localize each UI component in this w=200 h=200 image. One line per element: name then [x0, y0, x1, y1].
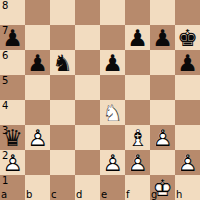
black-pawn-g7[interactable]: ♟ [150, 25, 175, 50]
piece-outline-layer: ♗ [125, 125, 150, 150]
white-knight-e4[interactable]: ♞♘ [100, 100, 125, 125]
square-f5[interactable] [125, 75, 150, 100]
piece-glyph: ♟ [150, 25, 175, 50]
square-g1[interactable]: g♚♔ [150, 175, 175, 200]
square-b3[interactable]: ♟♙ [25, 125, 50, 150]
square-a1[interactable]: 1a [0, 175, 25, 200]
square-e7[interactable] [100, 25, 125, 50]
piece-glyph: ♟ [0, 25, 25, 50]
square-b6[interactable]: ♟ [25, 50, 50, 75]
square-b7[interactable] [25, 25, 50, 50]
white-pawn-b3[interactable]: ♟♙ [25, 125, 50, 150]
piece-glyph: ♛ [0, 125, 25, 150]
square-d7[interactable] [75, 25, 100, 50]
piece-outline-layer: ♙ [25, 125, 50, 150]
piece-outline-layer: ♙ [125, 150, 150, 175]
square-f1[interactable]: f [125, 175, 150, 200]
square-d2[interactable] [75, 150, 100, 175]
black-king-h7[interactable]: ♚ [175, 25, 200, 50]
square-g6[interactable] [150, 50, 175, 75]
file-label-a: a [1, 190, 7, 200]
square-h3[interactable] [175, 125, 200, 150]
square-f6[interactable] [125, 50, 150, 75]
square-h2[interactable]: ♟♙ [175, 150, 200, 175]
square-f2[interactable]: ♟♙ [125, 150, 150, 175]
square-c6[interactable]: ♞ [50, 50, 75, 75]
file-label-f: f [126, 190, 130, 200]
piece-outline-layer: ♘ [100, 100, 125, 125]
square-a8[interactable]: 8 [0, 0, 25, 25]
white-king-g1[interactable]: ♚♔ [150, 175, 175, 200]
square-c7[interactable] [50, 25, 75, 50]
square-a6[interactable]: 6 [0, 50, 25, 75]
square-c3[interactable] [50, 125, 75, 150]
square-d8[interactable] [75, 0, 100, 25]
white-pawn-a2[interactable]: ♟♙ [0, 150, 25, 175]
piece-outline-layer: ♔ [150, 175, 175, 200]
square-g7[interactable]: ♟ [150, 25, 175, 50]
square-g2[interactable] [150, 150, 175, 175]
square-e3[interactable] [100, 125, 125, 150]
piece-glyph: ♟ [175, 50, 200, 75]
chess-board: 87♟♟♟♚6♟♞♟♟54♞♘3♛♟♙♝♗♟♙2♟♙♟♙♟♙♟♙1abcdefg… [0, 0, 200, 200]
piece-outline-layer: ♙ [0, 150, 25, 175]
piece-glyph: ♟ [125, 25, 150, 50]
square-f4[interactable] [125, 100, 150, 125]
black-knight-c6[interactable]: ♞ [50, 50, 75, 75]
square-e4[interactable]: ♞♘ [100, 100, 125, 125]
file-label-d: d [76, 190, 82, 200]
square-a7[interactable]: 7♟ [0, 25, 25, 50]
black-pawn-b6[interactable]: ♟ [25, 50, 50, 75]
rank-label-4: 4 [2, 101, 8, 111]
file-label-c: c [51, 190, 57, 200]
square-g3[interactable]: ♟♙ [150, 125, 175, 150]
black-pawn-h6[interactable]: ♟ [175, 50, 200, 75]
square-a3[interactable]: 3♛ [0, 125, 25, 150]
square-f7[interactable]: ♟ [125, 25, 150, 50]
square-d1[interactable]: d [75, 175, 100, 200]
piece-outline-layer: ♙ [175, 150, 200, 175]
square-e8[interactable] [100, 0, 125, 25]
piece-glyph: ♟ [100, 50, 125, 75]
square-h5[interactable] [175, 75, 200, 100]
rank-label-8: 8 [2, 1, 8, 11]
square-b2[interactable] [25, 150, 50, 175]
black-pawn-f7[interactable]: ♟ [125, 25, 150, 50]
square-b8[interactable] [25, 0, 50, 25]
square-g8[interactable] [150, 0, 175, 25]
file-label-b: b [26, 190, 32, 200]
piece-glyph: ♟ [25, 50, 50, 75]
square-e5[interactable] [100, 75, 125, 100]
black-pawn-e6[interactable]: ♟ [100, 50, 125, 75]
square-b4[interactable] [25, 100, 50, 125]
piece-outline-layer: ♙ [100, 150, 125, 175]
square-d5[interactable] [75, 75, 100, 100]
white-pawn-f2[interactable]: ♟♙ [125, 150, 150, 175]
square-e1[interactable]: e [100, 175, 125, 200]
square-d3[interactable] [75, 125, 100, 150]
square-g5[interactable] [150, 75, 175, 100]
square-b5[interactable] [25, 75, 50, 100]
rank-label-5: 5 [2, 76, 8, 86]
file-label-h: h [176, 190, 182, 200]
square-e2[interactable]: ♟♙ [100, 150, 125, 175]
square-c5[interactable] [50, 75, 75, 100]
black-pawn-a7[interactable]: ♟ [0, 25, 25, 50]
square-a5[interactable]: 5 [0, 75, 25, 100]
white-pawn-h2[interactable]: ♟♙ [175, 150, 200, 175]
file-label-e: e [101, 190, 107, 200]
square-c4[interactable] [50, 100, 75, 125]
square-c8[interactable] [50, 0, 75, 25]
white-bishop-f3[interactable]: ♝♗ [125, 125, 150, 150]
square-h4[interactable] [175, 100, 200, 125]
white-pawn-g3[interactable]: ♟♙ [150, 125, 175, 150]
square-b1[interactable]: b [25, 175, 50, 200]
rank-label-1: 1 [2, 176, 8, 186]
square-a4[interactable]: 4 [0, 100, 25, 125]
square-h8[interactable] [175, 0, 200, 25]
white-pawn-e2[interactable]: ♟♙ [100, 150, 125, 175]
square-h6[interactable]: ♟ [175, 50, 200, 75]
square-h1[interactable]: h [175, 175, 200, 200]
square-c1[interactable]: c [50, 175, 75, 200]
square-a2[interactable]: 2♟♙ [0, 150, 25, 175]
square-h7[interactable]: ♚ [175, 25, 200, 50]
square-f8[interactable] [125, 0, 150, 25]
piece-glyph: ♚ [175, 25, 200, 50]
piece-outline-layer: ♙ [150, 125, 175, 150]
rank-label-6: 6 [2, 51, 8, 61]
piece-glyph: ♞ [50, 50, 75, 75]
square-f3[interactable]: ♝♗ [125, 125, 150, 150]
black-queen-a3[interactable]: ♛ [0, 125, 25, 150]
square-c2[interactable] [50, 150, 75, 175]
square-d6[interactable] [75, 50, 100, 75]
square-d4[interactable] [75, 100, 100, 125]
square-e6[interactable]: ♟ [100, 50, 125, 75]
square-g4[interactable] [150, 100, 175, 125]
